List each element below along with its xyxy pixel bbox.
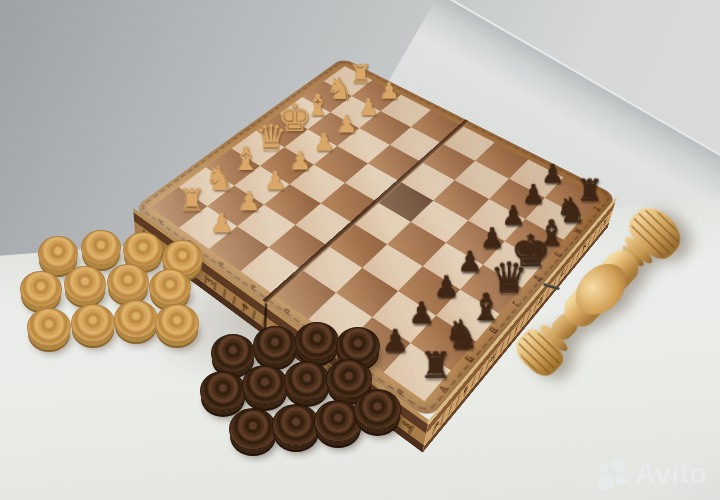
square-d6 xyxy=(387,222,446,266)
square-e1: ♚ xyxy=(256,113,308,147)
square-c3 xyxy=(264,184,321,225)
square-d3 xyxy=(290,165,345,204)
square-f3 xyxy=(337,128,390,163)
light-checker xyxy=(123,232,163,267)
square-f4 xyxy=(368,145,422,182)
square-d1: ♛ xyxy=(232,131,285,166)
carved-coordinate: 5 xyxy=(281,306,292,315)
white-pawn: ♟ xyxy=(327,112,368,136)
carved-coordinate: Г xyxy=(511,300,523,308)
light-checker xyxy=(155,304,199,342)
square-e2: ♟ xyxy=(285,129,338,164)
square-d2: ♟ xyxy=(260,147,314,184)
light-checker xyxy=(107,264,149,300)
square-g2: ♟ xyxy=(330,96,380,128)
carved-coordinate: Б xyxy=(463,383,469,397)
square-g6 xyxy=(455,161,510,199)
black-pawn: ♟ xyxy=(531,161,574,187)
white-bishop: ♝ xyxy=(298,90,338,120)
carved-coordinate: 4 xyxy=(241,302,250,313)
white-rook: ♜ xyxy=(170,185,215,215)
carved-coordinate: 3 xyxy=(207,276,215,286)
square-c7: ♟ xyxy=(398,266,460,315)
square-b1: ♞ xyxy=(179,167,235,206)
light-checker xyxy=(64,266,106,302)
square-c4 xyxy=(295,203,353,246)
light-checker xyxy=(38,236,78,271)
photo-wooden-chess-set: 12345678 АБВГДЕЖЗ ♜♞♝♛♚♝♞♜♟♟♟♟♟♟♟♟♟♟♟♟♟♟… xyxy=(0,0,720,500)
carved-coordinate: 1 xyxy=(155,217,165,224)
square-b5 xyxy=(301,246,362,293)
black-pawn: ♟ xyxy=(491,202,536,229)
square-f1: ♝ xyxy=(280,97,330,129)
black-pawn: ♟ xyxy=(446,247,494,275)
white-bishop: ♝ xyxy=(225,143,268,175)
dark-checker xyxy=(253,326,297,364)
carved-coordinate: 8 xyxy=(393,386,405,396)
dark-checker xyxy=(295,322,339,360)
dark-checker xyxy=(284,361,330,401)
square-b4 xyxy=(269,225,328,270)
carved-coordinate: А xyxy=(434,417,440,431)
square-e7: ♟ xyxy=(446,220,505,264)
carved-coordinate: 3 xyxy=(215,260,225,268)
white-pawn: ♟ xyxy=(370,79,409,102)
square-e5 xyxy=(377,182,433,222)
dark-checker xyxy=(200,371,246,411)
light-checker xyxy=(20,271,62,307)
square-c5 xyxy=(328,223,387,268)
dark-checker xyxy=(242,365,288,405)
carved-coordinate: Е xyxy=(553,251,565,259)
black-pawn: ♟ xyxy=(422,272,471,301)
square-b3 xyxy=(237,205,295,248)
carved-coordinate: 8 xyxy=(402,420,414,432)
square-h2: ♟ xyxy=(352,80,401,111)
square-d5 xyxy=(353,202,411,244)
light-checker xyxy=(149,269,191,305)
square-h3 xyxy=(381,95,431,127)
white-pawn: ♟ xyxy=(303,130,345,155)
square-f5 xyxy=(400,162,455,200)
black-pawn: ♟ xyxy=(396,298,447,328)
carved-coordinate: Е xyxy=(560,267,565,279)
black-pawn: ♟ xyxy=(469,224,516,252)
light-checker xyxy=(81,230,121,265)
light-checker xyxy=(27,308,71,346)
square-b6 xyxy=(336,268,398,317)
square-c1: ♝ xyxy=(206,148,260,185)
square-e3 xyxy=(314,146,368,183)
carved-coordinate: В xyxy=(488,326,501,336)
avito-logo-icon xyxy=(598,459,629,490)
dark-checker xyxy=(354,389,401,430)
white-knight: ♞ xyxy=(320,73,359,103)
square-h1: ♜ xyxy=(324,66,372,96)
board-fold-seam xyxy=(262,119,470,304)
square-f2: ♟ xyxy=(308,112,360,146)
white-pawn: ♟ xyxy=(279,148,322,173)
carved-coordinate: Ж xyxy=(572,227,584,236)
dark-checker xyxy=(272,404,320,446)
dark-checker xyxy=(211,334,255,372)
white-rook: ♜ xyxy=(342,61,380,87)
square-b7: ♟ xyxy=(372,291,436,343)
square-g3 xyxy=(359,111,410,145)
square-e4 xyxy=(345,163,400,202)
black-pawn: ♟ xyxy=(511,181,555,207)
square-e6 xyxy=(411,201,468,243)
light-checker xyxy=(114,300,158,338)
white-pawn: ♟ xyxy=(254,168,298,194)
square-c6 xyxy=(362,244,423,291)
square-h4 xyxy=(411,110,462,144)
square-g4 xyxy=(390,127,442,162)
white-queen: ♛ xyxy=(250,120,292,156)
carved-coordinate: Д xyxy=(532,274,544,283)
square-d4 xyxy=(321,183,377,223)
carved-coordinate: З xyxy=(602,217,607,228)
carved-coordinate: З xyxy=(592,206,603,213)
square-f7: ♟ xyxy=(468,199,525,241)
white-pawn: ♟ xyxy=(349,95,389,118)
carved-coordinate: В xyxy=(490,351,496,364)
square-g1: ♞ xyxy=(302,81,351,112)
white-king: ♚ xyxy=(275,99,316,137)
square-d7: ♟ xyxy=(423,243,483,290)
white-knight: ♞ xyxy=(198,161,242,195)
square-b2: ♟ xyxy=(207,186,264,227)
light-checker xyxy=(71,304,115,342)
white-pawn: ♟ xyxy=(227,188,272,214)
dark-checker xyxy=(229,408,277,450)
avito-watermark: Avito xyxy=(598,458,707,490)
square-f6 xyxy=(433,180,489,220)
square-g5 xyxy=(421,144,474,181)
carved-coordinate: 4 xyxy=(247,282,258,290)
square-h6 xyxy=(475,142,528,179)
carved-coordinate: Б xyxy=(463,354,476,364)
carved-coordinate: А xyxy=(437,384,450,395)
watermark-text: Avito xyxy=(636,458,707,490)
square-h7: ♟ xyxy=(509,160,563,198)
carved-coordinate: Ж xyxy=(581,240,587,253)
white-pawn: ♟ xyxy=(199,209,245,236)
square-c2: ♟ xyxy=(234,166,289,205)
square-g7: ♟ xyxy=(489,179,545,219)
